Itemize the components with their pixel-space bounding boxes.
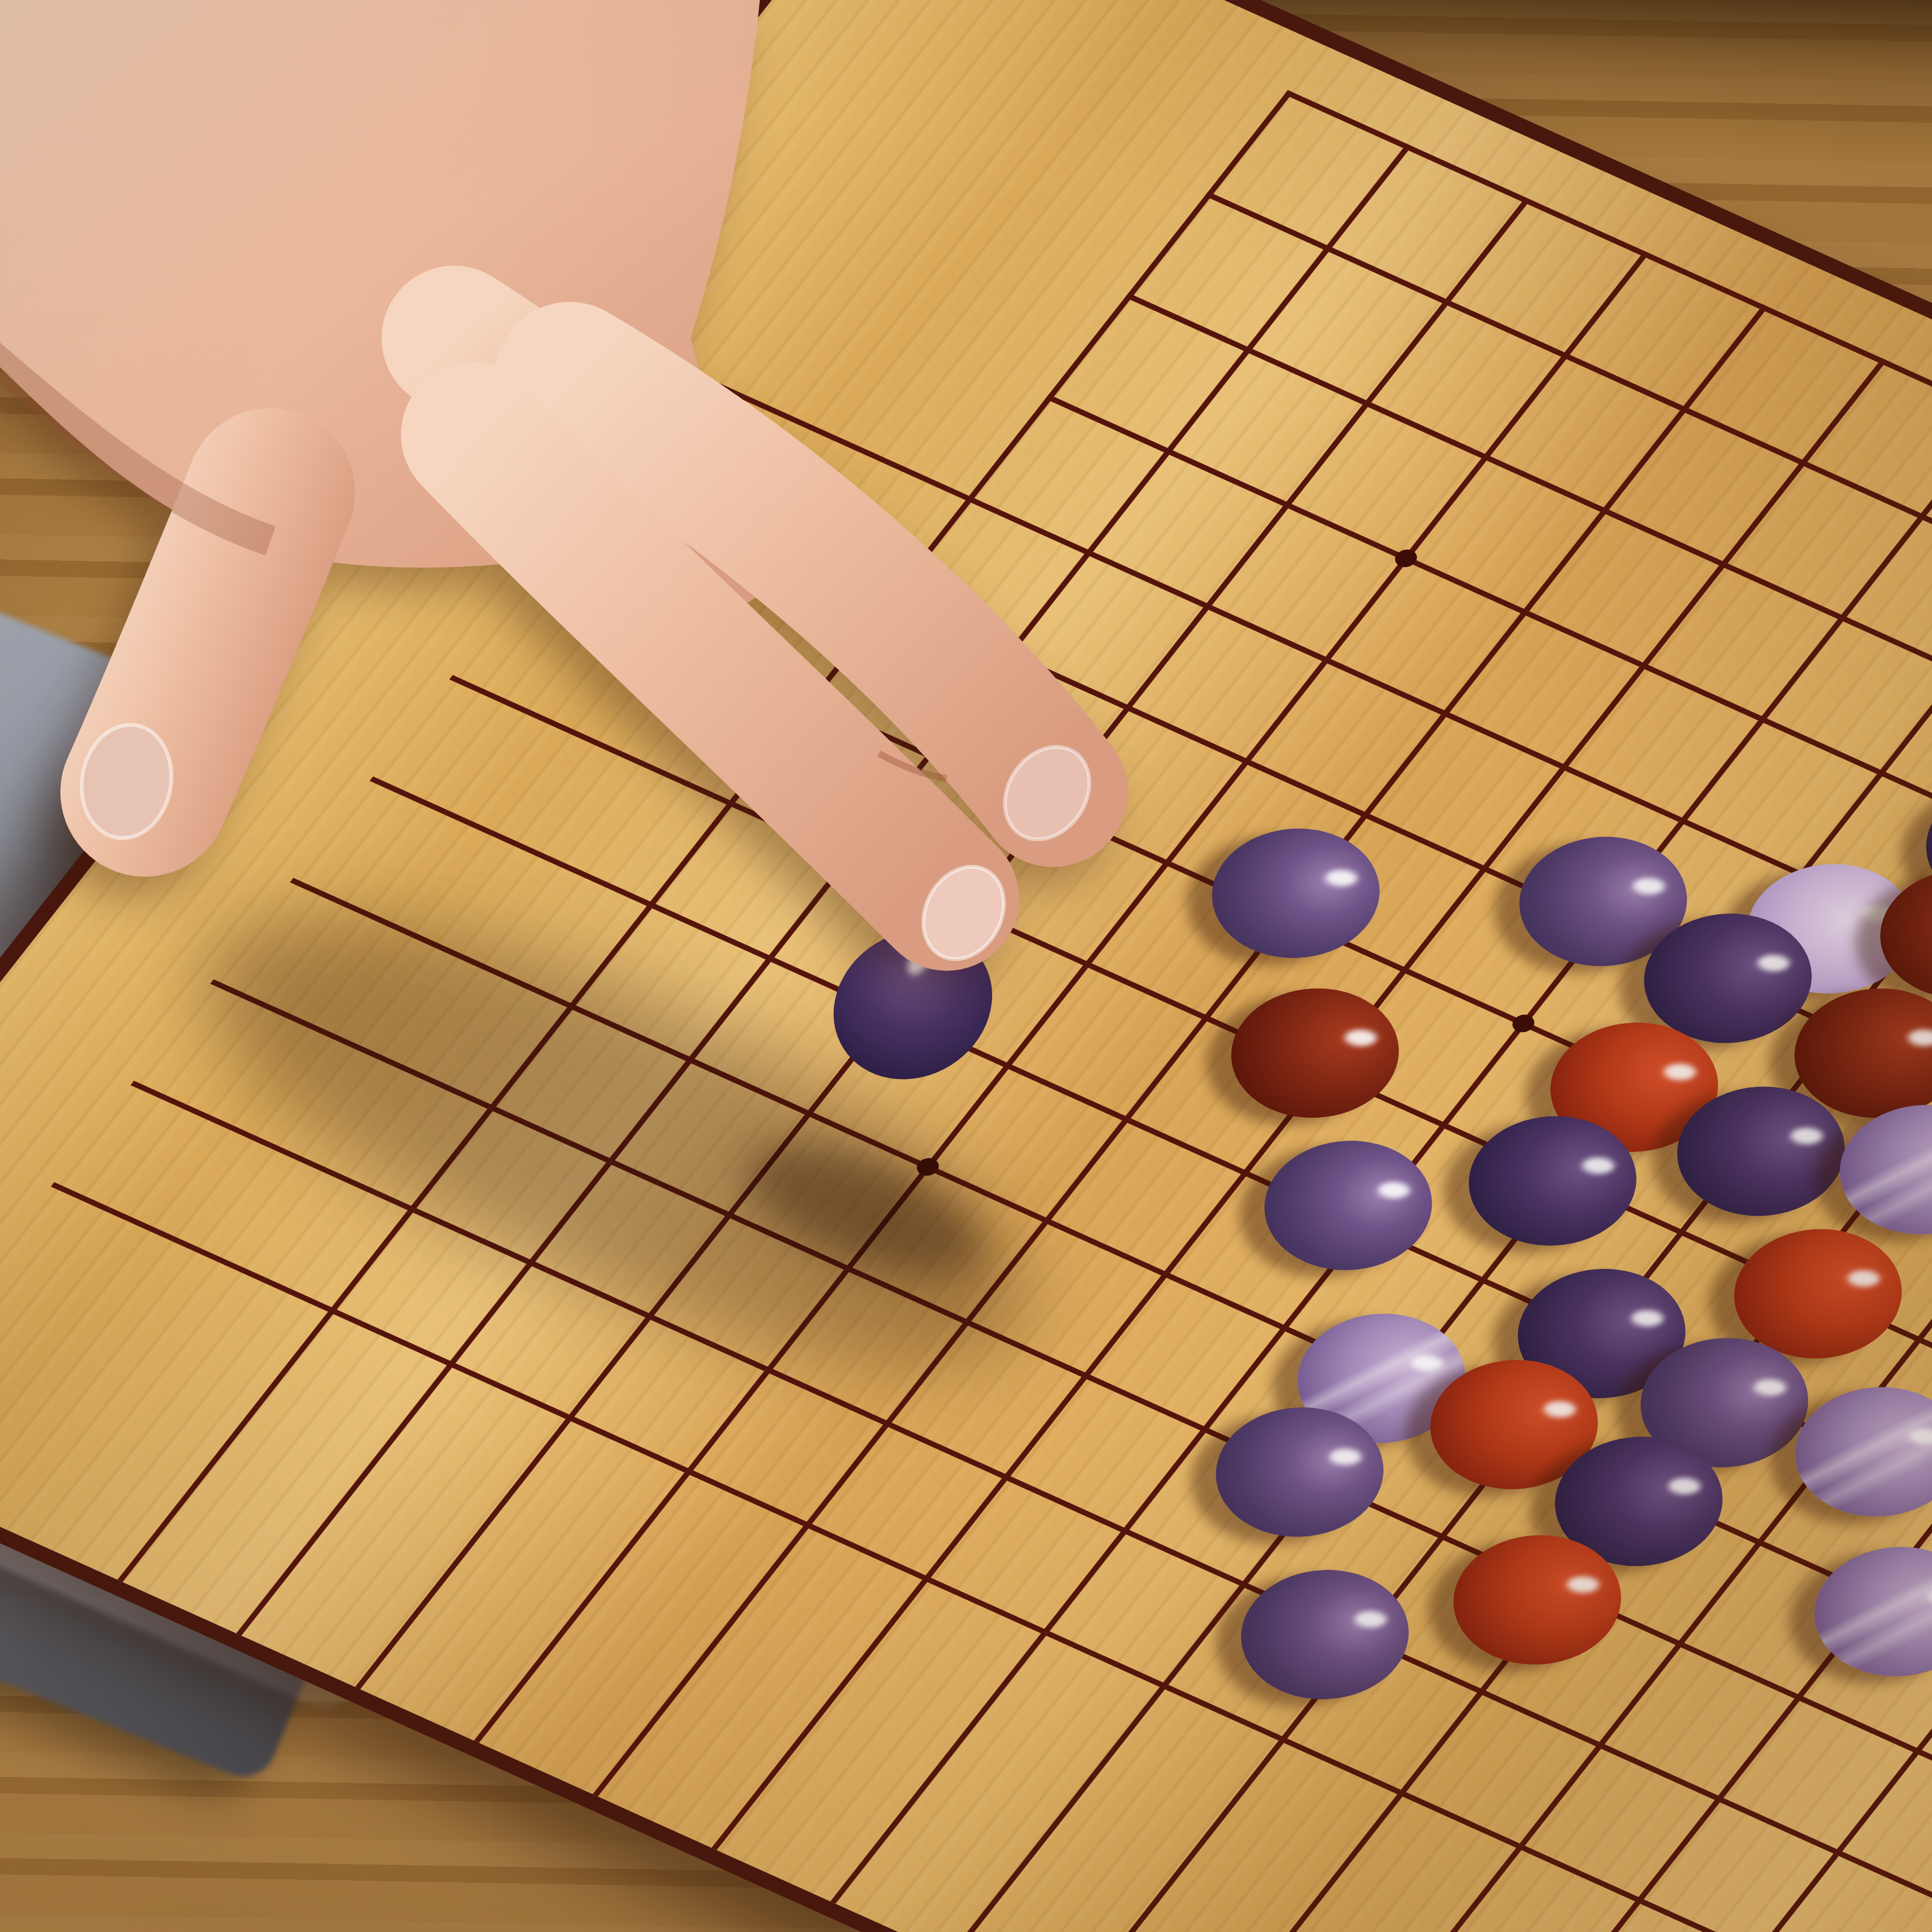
star-point bbox=[1391, 546, 1421, 570]
star-point bbox=[1508, 1011, 1538, 1035]
stone-amethyst[interactable] bbox=[1783, 1523, 1932, 1700]
stone-amethyst[interactable] bbox=[1209, 1546, 1440, 1723]
hand bbox=[0, 0, 1256, 1256]
